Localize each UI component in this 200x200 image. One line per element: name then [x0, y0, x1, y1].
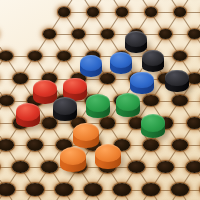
board-hole[interactable]	[43, 29, 56, 38]
grid-line	[194, 189, 200, 200]
board-hole[interactable]	[174, 7, 187, 16]
board-hole[interactable]	[142, 183, 160, 196]
piece-orange-3[interactable]	[95, 144, 121, 169]
piece-green-1[interactable]	[86, 94, 110, 118]
chinese-checkers-board	[0, 0, 200, 200]
board-hole[interactable]	[57, 51, 71, 61]
board-hole[interactable]	[186, 161, 200, 173]
board-hole[interactable]	[0, 139, 14, 151]
board-hole[interactable]	[58, 7, 71, 16]
board-hole[interactable]	[188, 29, 200, 38]
piece-green-2[interactable]	[116, 93, 140, 117]
piece-top	[125, 31, 147, 47]
board-hole[interactable]	[101, 29, 114, 38]
board-hole[interactable]	[100, 117, 116, 128]
piece-top	[63, 78, 87, 95]
board-hole[interactable]	[0, 183, 15, 196]
board-hole[interactable]	[157, 161, 174, 173]
board-hole[interactable]	[173, 51, 187, 61]
piece-black-4[interactable]	[53, 97, 77, 121]
piece-top	[60, 147, 86, 166]
piece-top	[116, 93, 140, 110]
board-hole[interactable]	[100, 73, 114, 83]
board-hole[interactable]	[87, 7, 100, 16]
board-hole[interactable]	[187, 73, 200, 83]
piece-blue-3[interactable]	[130, 72, 153, 95]
piece-top	[95, 144, 121, 163]
piece-blue-1[interactable]	[80, 55, 103, 77]
board-hole[interactable]	[55, 183, 73, 196]
board-hole[interactable]	[143, 95, 158, 106]
piece-orange-2[interactable]	[60, 147, 86, 172]
piece-top	[73, 123, 98, 141]
grid-line	[194, 0, 200, 13]
board-hole[interactable]	[0, 95, 14, 106]
board-hole[interactable]	[116, 7, 129, 16]
board-hole[interactable]	[128, 161, 145, 173]
piece-top	[16, 103, 40, 121]
piece-blue-2[interactable]	[110, 52, 133, 74]
board-hole[interactable]	[12, 161, 29, 173]
board-hole[interactable]	[113, 183, 131, 196]
board-hole[interactable]	[84, 183, 102, 196]
board-hole[interactable]	[145, 7, 158, 16]
piece-top	[165, 70, 188, 87]
piece-top	[141, 114, 166, 132]
piece-top	[53, 97, 77, 114]
board-hole[interactable]	[171, 183, 189, 196]
board-hole[interactable]	[72, 29, 85, 38]
piece-black-3[interactable]	[165, 70, 188, 93]
board-hole[interactable]	[143, 139, 159, 151]
board-hole[interactable]	[27, 139, 43, 151]
board-hole[interactable]	[159, 29, 172, 38]
piece-top	[130, 72, 153, 89]
board-hole[interactable]	[172, 139, 188, 151]
board-hole[interactable]	[0, 51, 13, 61]
piece-black-2[interactable]	[142, 50, 165, 72]
board-hole[interactable]	[13, 73, 27, 83]
piece-red-3[interactable]	[16, 103, 40, 127]
board-hole[interactable]	[187, 117, 200, 128]
piece-top	[86, 94, 110, 111]
board-hole[interactable]	[172, 95, 187, 106]
board-hole[interactable]	[28, 51, 42, 61]
board-hole[interactable]	[26, 183, 44, 196]
board-hole[interactable]	[41, 161, 58, 173]
piece-green-3[interactable]	[141, 114, 166, 138]
